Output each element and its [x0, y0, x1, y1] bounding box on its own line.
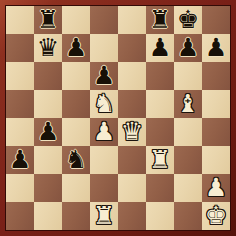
square-h5[interactable]: [202, 90, 230, 118]
square-b3[interactable]: [34, 146, 62, 174]
square-g6[interactable]: [174, 62, 202, 90]
board-frame: ♜♜♚♛♟♟♟♟♟♞♝♟♟♛♟♞♜♟♜♚: [0, 0, 236, 236]
square-e7[interactable]: [118, 34, 146, 62]
square-a2[interactable]: [6, 174, 34, 202]
square-c7[interactable]: ♟: [62, 34, 90, 62]
square-a8[interactable]: [6, 6, 34, 34]
square-g1[interactable]: [174, 202, 202, 230]
square-h8[interactable]: [202, 6, 230, 34]
square-g7[interactable]: ♟: [174, 34, 202, 62]
square-b1[interactable]: [34, 202, 62, 230]
square-d3[interactable]: [90, 146, 118, 174]
square-c6[interactable]: [62, 62, 90, 90]
square-d7[interactable]: [90, 34, 118, 62]
square-h1[interactable]: ♚: [202, 202, 230, 230]
square-g8[interactable]: ♚: [174, 6, 202, 34]
square-b8[interactable]: ♜: [34, 6, 62, 34]
white-queen-piece[interactable]: ♛: [121, 118, 143, 146]
square-a7[interactable]: [6, 34, 34, 62]
square-g5[interactable]: ♝: [174, 90, 202, 118]
black-pawn-piece[interactable]: ♟: [205, 34, 227, 62]
square-c5[interactable]: [62, 90, 90, 118]
square-h2[interactable]: ♟: [202, 174, 230, 202]
square-b2[interactable]: [34, 174, 62, 202]
white-bishop-piece[interactable]: ♝: [177, 90, 199, 118]
square-e8[interactable]: [118, 6, 146, 34]
square-h6[interactable]: [202, 62, 230, 90]
square-d2[interactable]: [90, 174, 118, 202]
white-king-piece[interactable]: ♚: [205, 202, 227, 230]
black-rook-piece[interactable]: ♜: [149, 6, 171, 34]
square-f6[interactable]: [146, 62, 174, 90]
square-a5[interactable]: [6, 90, 34, 118]
square-c8[interactable]: [62, 6, 90, 34]
black-pawn-piece[interactable]: ♟: [9, 146, 31, 174]
white-pawn-piece[interactable]: ♟: [93, 118, 115, 146]
square-f3[interactable]: ♜: [146, 146, 174, 174]
square-e6[interactable]: [118, 62, 146, 90]
square-d8[interactable]: [90, 6, 118, 34]
square-b5[interactable]: [34, 90, 62, 118]
square-c3[interactable]: ♞: [62, 146, 90, 174]
square-h3[interactable]: [202, 146, 230, 174]
square-c1[interactable]: [62, 202, 90, 230]
square-g3[interactable]: [174, 146, 202, 174]
square-f4[interactable]: [146, 118, 174, 146]
white-pawn-piece[interactable]: ♟: [205, 174, 227, 202]
square-e2[interactable]: [118, 174, 146, 202]
square-e3[interactable]: [118, 146, 146, 174]
square-b4[interactable]: ♟: [34, 118, 62, 146]
black-pawn-piece[interactable]: ♟: [177, 34, 199, 62]
black-knight-piece[interactable]: ♞: [65, 146, 87, 174]
white-knight-piece[interactable]: ♞: [93, 90, 115, 118]
chess-board: ♜♜♚♛♟♟♟♟♟♞♝♟♟♛♟♞♜♟♜♚: [6, 6, 230, 230]
square-b7[interactable]: ♛: [34, 34, 62, 62]
square-g4[interactable]: [174, 118, 202, 146]
square-f8[interactable]: ♜: [146, 6, 174, 34]
black-pawn-piece[interactable]: ♟: [37, 118, 59, 146]
square-c4[interactable]: [62, 118, 90, 146]
black-pawn-piece[interactable]: ♟: [93, 62, 115, 90]
white-rook-piece[interactable]: ♜: [149, 146, 171, 174]
square-e5[interactable]: [118, 90, 146, 118]
square-a1[interactable]: [6, 202, 34, 230]
square-d6[interactable]: ♟: [90, 62, 118, 90]
square-h4[interactable]: [202, 118, 230, 146]
square-d4[interactable]: ♟: [90, 118, 118, 146]
square-d1[interactable]: ♜: [90, 202, 118, 230]
square-d5[interactable]: ♞: [90, 90, 118, 118]
square-f2[interactable]: [146, 174, 174, 202]
square-a3[interactable]: ♟: [6, 146, 34, 174]
black-rook-piece[interactable]: ♜: [37, 6, 59, 34]
black-king-piece[interactable]: ♚: [177, 6, 199, 34]
square-e4[interactable]: ♛: [118, 118, 146, 146]
square-e1[interactable]: [118, 202, 146, 230]
white-rook-piece[interactable]: ♜: [93, 202, 115, 230]
square-f1[interactable]: [146, 202, 174, 230]
square-b6[interactable]: [34, 62, 62, 90]
square-f5[interactable]: [146, 90, 174, 118]
black-pawn-piece[interactable]: ♟: [65, 34, 87, 62]
black-queen-piece[interactable]: ♛: [37, 34, 59, 62]
square-g2[interactable]: [174, 174, 202, 202]
square-f7[interactable]: ♟: [146, 34, 174, 62]
square-a6[interactable]: [6, 62, 34, 90]
square-a4[interactable]: [6, 118, 34, 146]
square-h7[interactable]: ♟: [202, 34, 230, 62]
black-pawn-piece[interactable]: ♟: [149, 34, 171, 62]
square-c2[interactable]: [62, 174, 90, 202]
